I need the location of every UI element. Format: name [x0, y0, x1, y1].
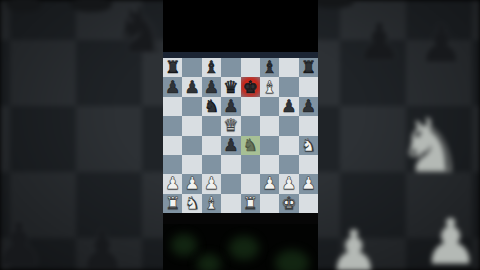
green-blur-blob [171, 234, 197, 256]
square-f8[interactable]: ♝ [260, 58, 279, 77]
square-c7[interactable]: ♟ [202, 77, 221, 96]
square-f6[interactable] [260, 97, 279, 116]
square-d1[interactable] [221, 194, 240, 213]
black-pawn[interactable]: ♟ [281, 98, 296, 115]
square-a7[interactable]: ♟ [163, 77, 182, 96]
square-f1[interactable] [260, 194, 279, 213]
background-black-piece: ♞ [112, 0, 169, 62]
square-c5[interactable] [202, 116, 221, 135]
square-e6[interactable] [241, 97, 260, 116]
black-king[interactable]: ♚ [243, 79, 258, 96]
background-black-piece: ♟ [78, 224, 126, 270]
square-c3[interactable] [202, 155, 221, 174]
square-b6[interactable] [182, 97, 201, 116]
screenshot-stage: ♞♟♟♞♟♟♟♟ ♜♝♝♜♟♟♟♛♚♝♞♟♟♟♛♟♞♞♟♟♟♟♟♟♜♞♝♜♚ [0, 0, 480, 270]
square-f3[interactable] [260, 155, 279, 174]
square-a1[interactable]: ♜ [163, 194, 182, 213]
square-d2[interactable] [221, 174, 240, 193]
black-knight[interactable]: ♞ [204, 98, 219, 115]
square-c8[interactable]: ♝ [202, 58, 221, 77]
square-b8[interactable] [182, 58, 201, 77]
white-rook[interactable]: ♜ [243, 195, 258, 212]
square-a3[interactable] [163, 155, 182, 174]
square-h7[interactable] [299, 77, 318, 96]
square-g4[interactable] [279, 136, 298, 155]
black-pawn[interactable]: ♟ [165, 79, 180, 96]
black-queen[interactable]: ♛ [223, 79, 238, 96]
white-bishop[interactable]: ♝ [204, 195, 219, 212]
square-a2[interactable]: ♟ [163, 174, 182, 193]
square-f2[interactable]: ♟ [260, 174, 279, 193]
background-black-piece: ♟ [356, 16, 403, 68]
square-d5[interactable]: ♛ [221, 116, 240, 135]
white-pawn[interactable]: ♟ [301, 175, 316, 192]
square-g8[interactable] [279, 58, 298, 77]
square-f4[interactable] [260, 136, 279, 155]
green-blur-blob [197, 254, 221, 270]
background-white-piece: ♞ [396, 108, 464, 184]
square-g5[interactable] [279, 116, 298, 135]
square-g2[interactable]: ♟ [279, 174, 298, 193]
square-h6[interactable]: ♟ [299, 97, 318, 116]
square-a6[interactable] [163, 97, 182, 116]
white-pawn[interactable]: ♟ [184, 175, 199, 192]
square-g6[interactable]: ♟ [279, 97, 298, 116]
square-d6[interactable]: ♟ [221, 97, 240, 116]
square-b5[interactable] [182, 116, 201, 135]
white-pawn[interactable]: ♟ [281, 175, 296, 192]
square-e8[interactable] [241, 58, 260, 77]
square-h3[interactable] [299, 155, 318, 174]
square-e1[interactable]: ♜ [241, 194, 260, 213]
background-black-piece: ♟ [0, 214, 46, 270]
white-pawn[interactable]: ♟ [204, 175, 219, 192]
white-queen[interactable]: ♛ [223, 117, 238, 134]
square-b2[interactable]: ♟ [182, 174, 201, 193]
background-black-piece: ♟ [418, 18, 465, 70]
background-white-piece: ♟ [328, 222, 380, 270]
black-pawn[interactable]: ♟ [223, 137, 238, 154]
black-rook[interactable]: ♜ [165, 59, 180, 76]
square-a4[interactable] [163, 136, 182, 155]
square-c4[interactable] [202, 136, 221, 155]
green-blur-blob [229, 236, 259, 260]
square-g3[interactable] [279, 155, 298, 174]
square-h2[interactable]: ♟ [299, 174, 318, 193]
square-c1[interactable]: ♝ [202, 194, 221, 213]
chess-board[interactable]: ♜♝♝♜♟♟♟♛♚♝♞♟♟♟♛♟♞♞♟♟♟♟♟♟♜♞♝♜♚ [163, 58, 318, 213]
black-pawn[interactable]: ♟ [301, 98, 316, 115]
square-e3[interactable] [241, 155, 260, 174]
black-bishop[interactable]: ♝ [204, 59, 219, 76]
background-white-piece: ♟ [422, 210, 479, 270]
video-frame: ♜♝♝♜♟♟♟♛♚♝♞♟♟♟♛♟♞♞♟♟♟♟♟♟♜♞♝♜♚ [163, 0, 318, 270]
square-c2[interactable]: ♟ [202, 174, 221, 193]
black-pawn[interactable]: ♟ [223, 98, 238, 115]
square-e4[interactable]: ♞ [241, 136, 260, 155]
video-bottom-bar [163, 213, 318, 224]
square-h8[interactable]: ♜ [299, 58, 318, 77]
black-pawn[interactable]: ♟ [184, 79, 199, 96]
square-a8[interactable]: ♜ [163, 58, 182, 77]
white-knight[interactable]: ♞ [184, 195, 199, 212]
square-g1[interactable]: ♚ [279, 194, 298, 213]
square-d7[interactable]: ♛ [221, 77, 240, 96]
white-pawn[interactable]: ♟ [165, 175, 180, 192]
white-bishop[interactable]: ♝ [262, 79, 277, 96]
square-h4[interactable]: ♞ [299, 136, 318, 155]
white-king[interactable]: ♚ [281, 195, 296, 212]
square-a5[interactable] [163, 116, 182, 135]
green-blur-blob [275, 250, 309, 270]
square-g7[interactable] [279, 77, 298, 96]
square-h1[interactable] [299, 194, 318, 213]
square-d3[interactable] [221, 155, 240, 174]
black-knight[interactable]: ♞ [243, 137, 258, 154]
white-pawn[interactable]: ♟ [262, 175, 277, 192]
black-pawn[interactable]: ♟ [204, 79, 219, 96]
square-d4[interactable]: ♟ [221, 136, 240, 155]
square-f7[interactable]: ♝ [260, 77, 279, 96]
square-b7[interactable]: ♟ [182, 77, 201, 96]
square-e7[interactable]: ♚ [241, 77, 260, 96]
white-knight[interactable]: ♞ [301, 137, 316, 154]
square-d8[interactable] [221, 58, 240, 77]
black-rook[interactable]: ♜ [301, 59, 316, 76]
square-b4[interactable] [182, 136, 201, 155]
white-rook[interactable]: ♜ [165, 195, 180, 212]
below-board-area [163, 224, 318, 270]
black-bishop[interactable]: ♝ [262, 59, 277, 76]
square-e5[interactable] [241, 116, 260, 135]
square-c6[interactable]: ♞ [202, 97, 221, 116]
square-f5[interactable] [260, 116, 279, 135]
square-b3[interactable] [182, 155, 201, 174]
square-h5[interactable] [299, 116, 318, 135]
square-b1[interactable]: ♞ [182, 194, 201, 213]
square-e2[interactable] [241, 174, 260, 193]
